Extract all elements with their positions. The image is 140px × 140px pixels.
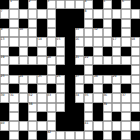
- block-r11-c8: [75, 103, 84, 112]
- cell-r6-c10[interactable]: [93, 56, 102, 65]
- cell-r0-c6[interactable]: [56, 0, 65, 9]
- block-r11-c0: [0, 103, 9, 112]
- cell-r0-c9[interactable]: 4: [84, 0, 93, 9]
- cell-r11-c11[interactable]: 39: [103, 103, 112, 112]
- cell-r10-c0[interactable]: 30: [0, 93, 9, 102]
- cell-r9-c6[interactable]: [56, 84, 65, 93]
- cell-r6-c4[interactable]: [37, 56, 46, 65]
- clue-number: 37: [122, 94, 126, 97]
- clue-number: 21: [75, 56, 79, 59]
- block-r3-c14: [131, 28, 140, 37]
- cell-r9-c12[interactable]: [112, 84, 121, 93]
- block-r8-c7: [65, 75, 74, 84]
- block-r3-c6: [56, 28, 65, 37]
- cell-r5-c6[interactable]: [56, 47, 65, 56]
- cell-r10-c12[interactable]: [112, 93, 121, 102]
- block-r14-c10: [93, 131, 102, 140]
- block-r9-c5: [47, 84, 56, 93]
- cell-r11-c4[interactable]: [37, 103, 46, 112]
- clue-number: 22: [85, 56, 89, 59]
- clue-number: 27: [75, 75, 79, 78]
- clue-number: 23: [1, 75, 5, 78]
- block-r12-c8: [75, 112, 84, 121]
- cell-r3-c5[interactable]: [47, 28, 56, 37]
- cell-r3-c9[interactable]: [84, 28, 93, 37]
- cell-r14-c1[interactable]: [9, 131, 18, 140]
- cell-r1-c0[interactable]: 7: [0, 9, 9, 18]
- block-r3-c12: [112, 28, 121, 37]
- block-r5-c3: [28, 47, 37, 56]
- clue-number: 8: [85, 10, 87, 13]
- cell-r1-c11[interactable]: [103, 9, 112, 18]
- cell-r11-c1[interactable]: [9, 103, 18, 112]
- cell-r13-c4[interactable]: [37, 121, 46, 130]
- block-r12-c4: [37, 112, 46, 121]
- block-r2-c10: [93, 19, 102, 28]
- cell-r1-c14[interactable]: [131, 9, 140, 18]
- cell-r1-c9[interactable]: 8: [84, 9, 93, 18]
- clue-number: 32: [29, 94, 33, 97]
- cell-r5-c12[interactable]: [112, 47, 121, 56]
- cell-r3-c10[interactable]: 12: [93, 28, 102, 37]
- cell-r7-c14[interactable]: [131, 65, 140, 74]
- cell-r10-c3[interactable]: 32: [28, 93, 37, 102]
- cell-r8-c8[interactable]: 27: [75, 75, 84, 84]
- cell-r5-c2[interactable]: [19, 47, 28, 56]
- cell-r8-c13[interactable]: [121, 75, 130, 84]
- cell-r8-c2[interactable]: 24: [19, 75, 28, 84]
- cell-r7-c5[interactable]: [47, 65, 56, 74]
- block-r5-c13: [121, 47, 130, 56]
- cell-r13-c14[interactable]: [131, 121, 140, 130]
- block-r14-c4: [37, 131, 46, 140]
- block-r5-c11: [103, 47, 112, 56]
- cell-r2-c11[interactable]: [103, 19, 112, 28]
- cell-r10-c13[interactable]: 37: [121, 93, 130, 102]
- block-r11-c10: [93, 103, 102, 112]
- cell-r6-c11[interactable]: [103, 56, 112, 65]
- block-r3-c7: [65, 28, 74, 37]
- clue-number: 12: [94, 28, 98, 31]
- block-r1-c6: [56, 9, 65, 18]
- cell-r0-c5[interactable]: 3: [47, 0, 56, 9]
- block-r2-c8: [75, 19, 84, 28]
- cell-r6-c12[interactable]: [112, 56, 121, 65]
- cell-r13-c10[interactable]: [93, 121, 102, 130]
- block-r1-c7: [65, 9, 74, 18]
- block-r2-c7: [65, 19, 74, 28]
- cell-r6-c9[interactable]: 22: [84, 56, 93, 65]
- cell-r9-c4[interactable]: [37, 84, 46, 93]
- block-r0-c4: [37, 0, 46, 9]
- clue-number: 11: [75, 28, 79, 31]
- cell-r1-c2[interactable]: [19, 9, 28, 18]
- cell-r6-c6[interactable]: [56, 56, 65, 65]
- cell-r13-c2[interactable]: [19, 121, 28, 130]
- block-r6-c7: [65, 56, 74, 65]
- cell-r4-c2[interactable]: [19, 37, 28, 46]
- block-r7-c2: [19, 65, 28, 74]
- cell-r13-c13[interactable]: [121, 121, 130, 130]
- cell-r5-c8[interactable]: [75, 47, 84, 56]
- cell-r10-c6[interactable]: [56, 93, 65, 102]
- block-r9-c11: [103, 84, 112, 93]
- clue-number: 10: [19, 28, 23, 31]
- cell-r8-c12[interactable]: 29: [112, 75, 121, 84]
- cell-r11-c9[interactable]: [84, 103, 93, 112]
- clue-number: 39: [103, 103, 107, 106]
- cell-r8-c6[interactable]: 26: [56, 75, 65, 84]
- cell-r8-c3[interactable]: [28, 75, 37, 84]
- cell-r10-c10[interactable]: [93, 93, 102, 102]
- cell-r3-c1[interactable]: [9, 28, 18, 37]
- cell-r2-c13[interactable]: [121, 19, 130, 28]
- cell-r0-c13[interactable]: 6: [121, 0, 130, 9]
- block-r5-c9: [84, 47, 93, 56]
- cell-r8-c4[interactable]: 25: [37, 75, 46, 84]
- cell-r11-c5[interactable]: [47, 103, 56, 112]
- block-r5-c1: [9, 47, 18, 56]
- cell-r14-c7[interactable]: [65, 131, 74, 140]
- cell-r11-c13[interactable]: [121, 103, 130, 112]
- cell-r12-c5[interactable]: [47, 112, 56, 121]
- cell-r1-c3[interactable]: [28, 9, 37, 18]
- block-r9-c3: [28, 84, 37, 93]
- clue-number: 3: [47, 0, 49, 3]
- cell-r0-c7[interactable]: [65, 0, 74, 9]
- cell-r0-c11[interactable]: 5: [103, 0, 112, 9]
- cell-r10-c5[interactable]: 33: [47, 93, 56, 102]
- clue-number: 7: [1, 10, 3, 13]
- cell-r13-c5[interactable]: [47, 121, 56, 130]
- block-r12-c10: [93, 112, 102, 121]
- block-r7-c4: [37, 65, 46, 74]
- block-r9-c9: [84, 84, 93, 93]
- clue-number: 28: [94, 75, 98, 78]
- cell-r3-c2[interactable]: 10: [19, 28, 28, 37]
- block-r11-c2: [19, 103, 28, 112]
- block-r0-c12: [112, 0, 121, 9]
- clue-number: 41: [85, 122, 89, 125]
- cell-r6-c8[interactable]: 21: [75, 56, 84, 65]
- cell-r12-c9[interactable]: [84, 112, 93, 121]
- cell-r9-c2[interactable]: [19, 84, 28, 93]
- clue-number: 4: [85, 0, 87, 3]
- clue-number: 36: [103, 94, 107, 97]
- clue-number: 40: [1, 122, 5, 125]
- cell-r14-c8[interactable]: [75, 131, 84, 140]
- block-r9-c13: [121, 84, 130, 93]
- cell-r13-c1[interactable]: [9, 121, 18, 130]
- block-r14-c12: [112, 131, 121, 140]
- cell-r5-c4[interactable]: [37, 47, 46, 56]
- clue-number: 25: [38, 75, 42, 78]
- cell-r2-c3[interactable]: [28, 19, 37, 28]
- cell-r1-c5[interactable]: [47, 9, 56, 18]
- cell-r10-c8[interactable]: 34: [75, 93, 84, 102]
- cell-r10-c14[interactable]: [131, 93, 140, 102]
- clue-number: 15: [57, 38, 61, 41]
- block-r9-c7: [65, 84, 74, 93]
- clue-number: 30: [1, 94, 5, 97]
- block-r2-c2: [19, 19, 28, 28]
- clue-number: 26: [57, 75, 61, 78]
- block-r7-c6: [56, 65, 65, 74]
- cell-r14-c5[interactable]: 42: [47, 131, 56, 140]
- block-r12-c6: [56, 112, 65, 121]
- cell-r10-c9[interactable]: 35: [84, 93, 93, 102]
- block-r7-c8: [75, 65, 84, 74]
- block-r5-c5: [47, 47, 56, 56]
- block-r12-c14: [131, 112, 140, 121]
- cell-r14-c3[interactable]: [28, 131, 37, 140]
- block-r7-c3: [28, 65, 37, 74]
- cell-r1-c12[interactable]: [112, 9, 121, 18]
- cell-r8-c11[interactable]: [103, 75, 112, 84]
- cell-r9-c0[interactable]: [0, 84, 9, 93]
- clue-number: 16: [75, 38, 79, 41]
- cell-r0-c1[interactable]: 1: [9, 0, 18, 9]
- cell-r9-c14[interactable]: [131, 84, 140, 93]
- block-r7-c13: [121, 65, 130, 74]
- cell-r13-c0[interactable]: 40: [0, 121, 9, 130]
- cell-r11-c6[interactable]: [56, 103, 65, 112]
- block-r7-c7: [65, 65, 74, 74]
- clue-number: 17: [113, 38, 117, 41]
- cell-r4-c8[interactable]: 16: [75, 37, 84, 46]
- cell-r14-c11[interactable]: [103, 131, 112, 140]
- block-r5-c7: [65, 47, 74, 56]
- cell-r4-c12[interactable]: 17: [112, 37, 121, 46]
- cell-r10-c1[interactable]: 31: [9, 93, 18, 102]
- block-r14-c0: [0, 131, 9, 140]
- cell-r10-c4[interactable]: [37, 93, 46, 102]
- cell-r12-c1[interactable]: [9, 112, 18, 121]
- cell-r3-c0[interactable]: 9: [0, 28, 9, 37]
- block-r1-c8: [75, 9, 84, 18]
- clue-number: 19: [1, 56, 5, 59]
- block-r14-c14: [131, 131, 140, 140]
- block-r0-c2: [19, 0, 28, 9]
- cell-r8-c5[interactable]: [47, 75, 56, 84]
- cell-r9-c10[interactable]: [93, 84, 102, 93]
- clue-number: 18: [131, 38, 135, 41]
- block-r2-c4: [37, 19, 46, 28]
- block-r0-c0: [0, 0, 9, 9]
- cell-r3-c11[interactable]: [103, 28, 112, 37]
- block-r10-c7: [65, 93, 74, 102]
- cell-r6-c0[interactable]: 19: [0, 56, 9, 65]
- clue-number: 5: [103, 0, 105, 3]
- clue-number: 9: [1, 28, 3, 31]
- cell-r12-c13[interactable]: [121, 112, 130, 121]
- cell-r12-c3[interactable]: [28, 112, 37, 121]
- cell-r14-c13[interactable]: [121, 131, 130, 140]
- cell-r4-c0[interactable]: 13: [0, 37, 9, 46]
- cell-r13-c11[interactable]: [103, 121, 112, 130]
- cell-r4-c10[interactable]: [93, 37, 102, 46]
- cell-r2-c5[interactable]: [47, 19, 56, 28]
- clue-number: 42: [47, 131, 51, 134]
- cell-r14-c6[interactable]: [56, 131, 65, 140]
- cell-r4-c3[interactable]: [28, 37, 37, 46]
- cell-r6-c13[interactable]: [121, 56, 130, 65]
- block-r0-c14: [131, 0, 140, 9]
- cell-r4-c5[interactable]: [47, 37, 56, 46]
- cell-r5-c10[interactable]: [93, 47, 102, 56]
- block-r2-c14: [131, 19, 140, 28]
- cell-r2-c1[interactable]: [9, 19, 18, 28]
- cell-r6-c2[interactable]: [19, 56, 28, 65]
- cell-r0-c8[interactable]: [75, 0, 84, 9]
- cell-r3-c3[interactable]: [28, 28, 37, 37]
- cell-r3-c13[interactable]: [121, 28, 130, 37]
- block-r4-c7: [65, 37, 74, 46]
- cell-r4-c6[interactable]: 15: [56, 37, 65, 46]
- cell-r11-c3[interactable]: 38: [28, 103, 37, 112]
- cell-r4-c14[interactable]: 18: [131, 37, 140, 46]
- block-r13-c6: [56, 121, 65, 130]
- cell-r4-c4[interactable]: 14: [37, 37, 46, 46]
- cell-r0-c3[interactable]: 2: [28, 0, 37, 9]
- cell-r8-c10[interactable]: 28: [93, 75, 102, 84]
- block-r7-c12: [112, 65, 121, 74]
- cell-r9-c8[interactable]: [75, 84, 84, 93]
- block-r7-c1: [9, 65, 18, 74]
- cell-r13-c9[interactable]: 41: [84, 121, 93, 130]
- block-r7-c10: [93, 65, 102, 74]
- cell-r1-c13[interactable]: [121, 9, 130, 18]
- cell-r12-c11[interactable]: [103, 112, 112, 121]
- cell-r7-c9[interactable]: [84, 65, 93, 74]
- cell-r6-c1[interactable]: [9, 56, 18, 65]
- cell-r1-c4[interactable]: [37, 9, 46, 18]
- block-r7-c11: [103, 65, 112, 74]
- cell-r3-c8[interactable]: 11: [75, 28, 84, 37]
- block-r14-c2: [19, 131, 28, 140]
- clue-number: 13: [1, 38, 5, 41]
- block-r9-c1: [9, 84, 18, 93]
- block-r12-c7: [65, 112, 74, 121]
- cell-r13-c12[interactable]: [112, 121, 121, 130]
- cell-r1-c10[interactable]: [93, 9, 102, 18]
- block-r13-c7: [65, 121, 74, 130]
- clue-number: 2: [29, 0, 31, 3]
- cell-r2-c9[interactable]: [84, 19, 93, 28]
- block-r2-c0: [0, 19, 9, 28]
- block-r12-c0: [0, 112, 9, 121]
- block-r2-c6: [56, 19, 65, 28]
- cell-r6-c5[interactable]: 20: [47, 56, 56, 65]
- cell-r8-c1[interactable]: [9, 75, 18, 84]
- block-r2-c12: [112, 19, 121, 28]
- clue-number: 31: [10, 94, 14, 97]
- cell-r1-c1[interactable]: [9, 9, 18, 18]
- clue-number: 20: [47, 56, 51, 59]
- cell-r11-c12[interactable]: [112, 103, 121, 112]
- cell-r4-c13[interactable]: [121, 37, 130, 46]
- block-r13-c8: [75, 121, 84, 130]
- block-r12-c12: [112, 112, 121, 121]
- block-r12-c2: [19, 112, 28, 121]
- cell-r8-c0[interactable]: 23: [0, 75, 9, 84]
- clue-number: 35: [85, 94, 89, 97]
- cell-r7-c0[interactable]: [0, 65, 9, 74]
- clue-number: 29: [113, 75, 117, 78]
- cell-r4-c11[interactable]: [103, 37, 112, 46]
- cell-r6-c3[interactable]: [28, 56, 37, 65]
- clue-number: 33: [47, 94, 51, 97]
- cell-r14-c9[interactable]: [84, 131, 93, 140]
- clue-number: 24: [19, 75, 23, 78]
- cell-r6-c14[interactable]: [131, 56, 140, 65]
- block-r0-c10: [93, 0, 102, 9]
- crossword-grid: 1234567891011121314151617181920212223242…: [0, 0, 140, 140]
- cell-r10-c2[interactable]: [19, 93, 28, 102]
- clue-number: 1: [10, 0, 12, 3]
- clue-number: 38: [29, 103, 33, 106]
- cell-r13-c3[interactable]: [28, 121, 37, 130]
- clue-number: 34: [75, 94, 79, 97]
- block-r3-c4: [37, 28, 46, 37]
- clue-number: 6: [122, 0, 124, 3]
- clue-number: 14: [38, 38, 42, 41]
- cell-r8-c9[interactable]: [84, 75, 93, 84]
- block-r11-c7: [65, 103, 74, 112]
- cell-r4-c1[interactable]: [9, 37, 18, 46]
- cell-r4-c9[interactable]: [84, 37, 93, 46]
- cell-r5-c0[interactable]: [0, 47, 9, 56]
- cell-r10-c11[interactable]: 36: [103, 93, 112, 102]
- cell-r11-c14[interactable]: [131, 103, 140, 112]
- cell-r5-c14[interactable]: [131, 47, 140, 56]
- cell-r8-c14[interactable]: [131, 75, 140, 84]
